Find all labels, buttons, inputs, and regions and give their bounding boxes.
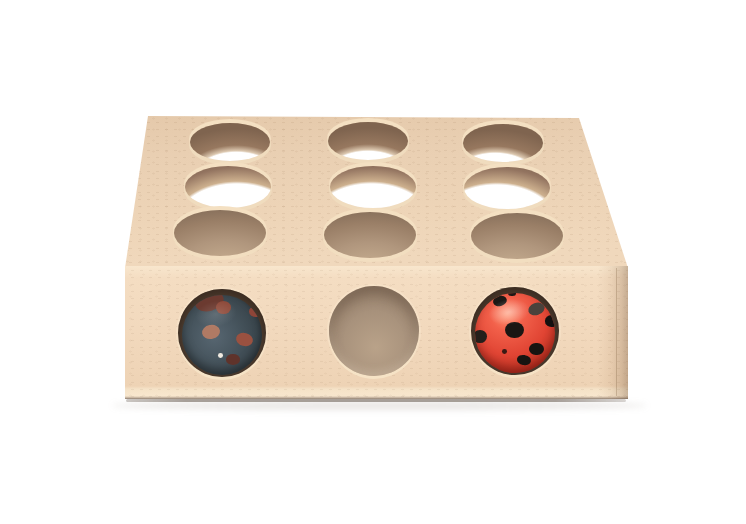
top-hole-r2c2 <box>330 166 416 208</box>
ball-perforation-spot <box>235 331 255 348</box>
top-hole-r1c1 <box>190 123 270 161</box>
front-hole-center <box>329 286 419 376</box>
ball-perforation-spot <box>218 353 223 358</box>
red-perforated-ball <box>475 293 555 373</box>
top-hole-r1c3 <box>463 124 543 162</box>
ball-perforation-spot <box>545 315 555 326</box>
front-hole-left <box>178 289 266 377</box>
top-hole-r2c3 <box>464 167 550 209</box>
box-right-edge-shade <box>598 266 628 399</box>
ball-perforation-spot <box>516 354 531 366</box>
front-hole-right <box>471 287 559 375</box>
box-floor-shadow-soft <box>112 401 647 410</box>
box-front-right-corner-edge <box>616 268 617 396</box>
ball-perforation-spot <box>249 306 262 317</box>
ball-perforation-spot <box>502 349 507 354</box>
top-hole-r3c1 <box>174 210 266 256</box>
ball-perforation-spot <box>475 330 487 343</box>
top-hole-r3c2 <box>324 212 416 258</box>
ball-perforation-spot <box>508 293 516 296</box>
top-hole-r2c1 <box>185 166 271 208</box>
top-hole-r3c3 <box>471 213 563 259</box>
gray-perforated-ball <box>182 295 262 375</box>
ball-perforation-spot <box>529 343 543 356</box>
product-photo-stage <box>0 0 746 524</box>
top-hole-r1c2 <box>328 122 408 160</box>
ball-perforation-spot <box>226 354 240 364</box>
box-top-face <box>0 0 746 524</box>
